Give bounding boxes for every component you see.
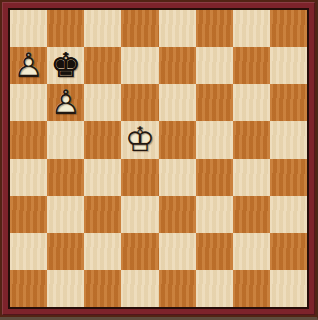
square-h5[interactable] <box>270 121 307 158</box>
square-c4[interactable] <box>84 159 121 196</box>
black-king-icon: ♚ <box>47 47 84 84</box>
square-f4[interactable] <box>196 159 233 196</box>
square-g4[interactable] <box>233 159 270 196</box>
square-f1[interactable] <box>196 270 233 307</box>
square-h4[interactable] <box>270 159 307 196</box>
square-h2[interactable] <box>270 233 307 270</box>
square-g3[interactable] <box>233 196 270 233</box>
square-c8[interactable] <box>84 10 121 47</box>
square-c1[interactable] <box>84 270 121 307</box>
square-c2[interactable] <box>84 233 121 270</box>
square-d4[interactable] <box>121 159 158 196</box>
square-a2[interactable] <box>10 233 47 270</box>
square-h8[interactable] <box>270 10 307 47</box>
square-e7[interactable] <box>159 47 196 84</box>
square-d1[interactable] <box>121 270 158 307</box>
square-e4[interactable] <box>159 159 196 196</box>
square-d6[interactable] <box>121 84 158 121</box>
square-c7[interactable] <box>84 47 121 84</box>
square-e5[interactable] <box>159 121 196 158</box>
square-b3[interactable] <box>47 196 84 233</box>
square-f8[interactable] <box>196 10 233 47</box>
square-d7[interactable] <box>121 47 158 84</box>
square-e1[interactable] <box>159 270 196 307</box>
square-c3[interactable] <box>84 196 121 233</box>
square-a6[interactable] <box>10 84 47 121</box>
square-c6[interactable] <box>84 84 121 121</box>
square-f5[interactable] <box>196 121 233 158</box>
square-b8[interactable] <box>47 10 84 47</box>
square-b1[interactable] <box>47 270 84 307</box>
square-g7[interactable] <box>233 47 270 84</box>
square-f3[interactable] <box>196 196 233 233</box>
white-pawn-a7[interactable]: ♟♙ <box>10 47 47 84</box>
square-f6[interactable] <box>196 84 233 121</box>
square-a8[interactable] <box>10 10 47 47</box>
square-g6[interactable] <box>233 84 270 121</box>
square-a3[interactable] <box>10 196 47 233</box>
square-b2[interactable] <box>47 233 84 270</box>
square-g5[interactable] <box>233 121 270 158</box>
white-king-d5[interactable]: ♚♔ <box>121 121 158 158</box>
board-outer-frame: ♟♙♚♚♟♙♚♔ <box>0 0 318 320</box>
square-b5[interactable] <box>47 121 84 158</box>
square-f7[interactable] <box>196 47 233 84</box>
square-g2[interactable] <box>233 233 270 270</box>
square-h1[interactable] <box>270 270 307 307</box>
square-a1[interactable] <box>10 270 47 307</box>
white-king-icon: ♔ <box>121 121 158 158</box>
square-a7[interactable]: ♟♙ <box>10 47 47 84</box>
square-h6[interactable] <box>270 84 307 121</box>
square-b6[interactable]: ♟♙ <box>47 84 84 121</box>
square-b7[interactable]: ♚♚ <box>47 47 84 84</box>
square-d5[interactable]: ♚♔ <box>121 121 158 158</box>
chess-board: ♟♙♚♚♟♙♚♔ <box>8 8 309 309</box>
square-g1[interactable] <box>233 270 270 307</box>
square-d3[interactable] <box>121 196 158 233</box>
black-king-b7[interactable]: ♚♚ <box>47 47 84 84</box>
square-b4[interactable] <box>47 159 84 196</box>
white-pawn-icon: ♙ <box>47 84 84 121</box>
square-c5[interactable] <box>84 121 121 158</box>
square-h3[interactable] <box>270 196 307 233</box>
square-h7[interactable] <box>270 47 307 84</box>
square-e2[interactable] <box>159 233 196 270</box>
square-e8[interactable] <box>159 10 196 47</box>
square-a4[interactable] <box>10 159 47 196</box>
square-a5[interactable] <box>10 121 47 158</box>
square-d8[interactable] <box>121 10 158 47</box>
square-e6[interactable] <box>159 84 196 121</box>
square-g8[interactable] <box>233 10 270 47</box>
white-pawn-icon: ♙ <box>10 47 47 84</box>
square-f2[interactable] <box>196 233 233 270</box>
square-e3[interactable] <box>159 196 196 233</box>
board-border: ♟♙♚♚♟♙♚♔ <box>2 2 315 315</box>
white-pawn-b6[interactable]: ♟♙ <box>47 84 84 121</box>
square-d2[interactable] <box>121 233 158 270</box>
